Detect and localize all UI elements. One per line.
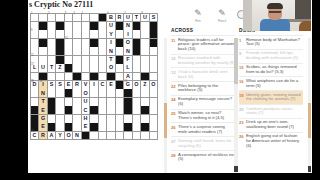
clue-text: Exemplary message secure? (6) <box>178 97 235 106</box>
grid-cell[interactable] <box>73 39 81 47</box>
black-cell <box>39 39 47 47</box>
clue-number-label: 4 <box>73 13 74 16</box>
grid-cell[interactable] <box>82 30 90 38</box>
grid-cell[interactable] <box>116 106 124 114</box>
across-clue-28[interactable]: 28A consequence of reckless riot (5) <box>171 150 235 164</box>
clue-number-label: 5 <box>82 13 83 16</box>
clue-number: 9 <box>239 51 246 60</box>
grid-cell[interactable] <box>99 132 107 140</box>
down-clue-list: 1Remove body of Manhattan? Taxi (5)9Frie… <box>239 35 303 150</box>
grid-cell[interactable] <box>56 14 64 22</box>
clue-number: 1 <box>239 38 246 47</box>
grid-cell[interactable]: U8 <box>141 14 149 22</box>
black-cell <box>56 39 64 47</box>
grid-cell[interactable] <box>48 47 56 55</box>
grid-cell[interactable] <box>56 106 64 114</box>
grid-cell[interactable]: O <box>133 81 141 89</box>
across-clue-22[interactable]: 22Piles belonging to the workforce (5) <box>171 81 235 95</box>
grid-cell[interactable]: S <box>56 81 64 89</box>
black-cell <box>124 123 132 131</box>
grid-cell[interactable] <box>133 115 141 123</box>
grid-cell[interactable]: Z <box>56 64 64 72</box>
across-clues-panel: ACROSS 11Religious leaders call for peac… <box>171 28 235 164</box>
black-cell <box>90 39 98 47</box>
grid-cell[interactable]: I <box>107 39 115 47</box>
crossword-grid[interactable]: 12345B6RU7TU8SUN9YI10IONN11TFL17UTZOLAD1… <box>30 13 158 140</box>
grid-cell[interactable] <box>133 123 141 131</box>
scroll-down-arrow[interactable] <box>234 166 238 172</box>
grid-cell[interactable]: S <box>48 81 56 89</box>
grid-cell[interactable]: U <box>39 64 47 72</box>
black-cell <box>65 123 73 131</box>
grid-cell[interactable] <box>99 115 107 123</box>
grid-cell[interactable] <box>141 30 149 38</box>
grid-cell[interactable]: 1 <box>31 14 39 22</box>
clue-text: Scribes, as things removed from to-do li… <box>246 65 303 74</box>
grid-cell[interactable]: D18 <box>31 81 39 89</box>
scrollbar-thumb[interactable] <box>234 38 238 84</box>
grid-cell[interactable]: R <box>73 81 81 89</box>
grid-cell[interactable] <box>99 123 107 131</box>
across-clue-11[interactable]: 11Religious leaders call for peace: give… <box>171 35 235 54</box>
across-clue-26[interactable]: 26There's a surprise seeing mole amidst … <box>171 122 235 136</box>
clue-number: 26 <box>171 125 178 134</box>
grid-cell[interactable] <box>99 47 107 55</box>
grid-cell[interactable]: U <box>107 22 115 30</box>
grid-cell[interactable] <box>107 115 115 123</box>
grid-cell[interactable] <box>150 123 158 131</box>
grid-cell[interactable]: E <box>39 106 47 114</box>
grid-cell[interactable] <box>150 47 158 55</box>
grid-cell[interactable] <box>56 73 64 81</box>
across-clue-12[interactable]: 12Russians involved with breaking weathe… <box>171 54 235 68</box>
grid-cell[interactable]: L <box>124 64 132 72</box>
clue-text: Watch winner, so neat? There's nothing i… <box>178 111 235 120</box>
grid-cell[interactable]: G20 <box>124 81 132 89</box>
black-cell <box>107 73 115 81</box>
grid-cell[interactable]: C <box>99 81 107 89</box>
grid-cell[interactable] <box>141 89 149 97</box>
clue-text: Gaining stuff found: items for recycling… <box>178 139 235 148</box>
grid-cell[interactable] <box>48 56 56 64</box>
grid-cell[interactable]: I <box>124 30 132 38</box>
across-header: ACROSS <box>171 28 235 33</box>
grid-cell[interactable] <box>73 30 81 38</box>
grid-cell[interactable] <box>116 132 124 140</box>
clue-text: English going out of fashion for America… <box>246 134 303 148</box>
grid-cell[interactable] <box>116 73 124 81</box>
grid-cell[interactable] <box>141 115 149 123</box>
down-clues-panel: DOWN 1Remove body of Manhattan? Taxi (5)… <box>239 28 303 150</box>
grid-cell[interactable]: Y <box>107 30 115 38</box>
grid-cell[interactable]: I19 <box>39 81 47 89</box>
grid-cell[interactable]: R <box>39 132 47 140</box>
clue-number-label: 19 <box>39 81 42 84</box>
grid-cell[interactable] <box>65 98 73 106</box>
grid-cell[interactable] <box>56 89 64 97</box>
black-cell <box>65 106 73 114</box>
scroll-down-arrow[interactable] <box>308 166 312 172</box>
grid-cell[interactable]: O <box>107 64 115 72</box>
grid-cell[interactable]: U <box>82 98 90 106</box>
grid-cell[interactable] <box>82 64 90 72</box>
clue-number-label: 9 <box>31 30 32 33</box>
grid-cell[interactable] <box>133 30 141 38</box>
grid-cell[interactable] <box>99 89 107 97</box>
grid-cell[interactable] <box>56 123 64 131</box>
grid-cell[interactable]: 9 <box>31 30 39 38</box>
grid-cell[interactable] <box>141 47 149 55</box>
grid-cell[interactable]: T <box>107 56 115 64</box>
black-cell <box>124 106 132 114</box>
black-cell <box>124 98 132 106</box>
grid-cell[interactable]: A <box>48 132 56 140</box>
grid-cell[interactable]: 5 <box>82 14 90 22</box>
clue-number: 15 <box>239 65 246 74</box>
grid-cell[interactable] <box>141 98 149 106</box>
grid-cell[interactable] <box>65 22 73 30</box>
clue-number: 23 <box>239 120 246 129</box>
black-cell <box>31 106 39 114</box>
grid-cell[interactable] <box>150 73 158 81</box>
grid-cell[interactable] <box>48 89 56 97</box>
clue-number: 19 <box>239 93 246 102</box>
grid-cell[interactable] <box>133 73 141 81</box>
grid-cell[interactable]: Y <box>56 132 64 140</box>
grid-cell[interactable]: E <box>39 123 47 131</box>
presenter-glasses <box>269 11 281 13</box>
grid-cell[interactable] <box>82 47 90 55</box>
grid-cell[interactable] <box>82 56 90 64</box>
pencil-tool-button[interactable]: ✎ Pencil <box>214 9 230 23</box>
clue-text: A consequence of reckless riot (5) <box>178 153 235 162</box>
black-cell <box>150 22 158 30</box>
grid-cell[interactable]: 2 <box>48 14 56 22</box>
grid-cell[interactable] <box>99 30 107 38</box>
black-cell <box>90 123 98 131</box>
across-clue-13[interactable]: 13I had a favourite drink sent back (6) <box>171 67 235 81</box>
clue-number: 20 <box>239 107 246 116</box>
middle-scrollbar[interactable] <box>234 38 238 173</box>
grid-cell[interactable] <box>99 73 107 81</box>
grid-cell[interactable]: 4 <box>73 14 81 22</box>
grid-cell[interactable]: L17 <box>31 64 39 72</box>
clue-text: What antiphons can do for a term (5) <box>246 79 303 88</box>
grid-cell[interactable] <box>48 73 56 81</box>
grid-cell[interactable]: I <box>90 81 98 89</box>
grid-cell[interactable] <box>133 132 141 140</box>
grid-cell[interactable] <box>73 64 81 72</box>
grid-cell[interactable] <box>133 56 141 64</box>
grid-cell[interactable] <box>150 56 158 64</box>
grid-cell[interactable] <box>116 98 124 106</box>
grid-cell[interactable] <box>65 47 73 55</box>
grid-cell[interactable] <box>150 115 158 123</box>
grid-cell[interactable] <box>90 30 98 38</box>
grid-cell[interactable] <box>99 98 107 106</box>
grid-cell[interactable] <box>141 132 149 140</box>
clue-text: Confront paralysis cases, states (7) <box>246 107 303 116</box>
grid-cell[interactable] <box>73 123 81 131</box>
black-cell <box>141 73 149 81</box>
clue-number-label: 11 <box>31 55 34 58</box>
grid-cell[interactable] <box>99 106 107 114</box>
grid-cell[interactable] <box>82 22 90 30</box>
grid-cell[interactable]: N <box>73 132 81 140</box>
black-cell <box>31 115 39 123</box>
grid-cell[interactable] <box>141 39 149 47</box>
black-cell <box>150 39 158 47</box>
down-clue-1[interactable]: 1Remove body of Manhattan? Taxi (5) <box>239 35 303 49</box>
grid-cell[interactable] <box>90 56 98 64</box>
grid-cell[interactable] <box>73 106 81 114</box>
grid-cell[interactable] <box>90 47 98 55</box>
scrollbar-thumb[interactable] <box>308 103 312 138</box>
down-clue-26[interactable]: 26English going out of fashion for Ameri… <box>239 132 303 151</box>
grid-cell[interactable] <box>31 98 39 106</box>
grid-cell[interactable] <box>150 106 158 114</box>
presenter-hair <box>267 3 283 9</box>
pen-tool-button[interactable]: ✎ Pen <box>190 9 206 23</box>
grid-cell[interactable] <box>150 64 158 72</box>
grid-cell[interactable] <box>107 123 115 131</box>
black-cell <box>48 123 56 131</box>
clue-number: 27 <box>171 139 178 148</box>
clue-number: 11 <box>171 38 178 52</box>
clue-number-label: 6 <box>107 13 108 16</box>
video-frame: s Cryptic No 27111 12345B6RU7TU8SUN9YI10… <box>0 0 320 180</box>
grid-cell[interactable]: N <box>107 47 115 55</box>
black-cell <box>56 47 64 55</box>
pencil-icon: ✎ <box>190 9 206 18</box>
grid-cell[interactable] <box>65 73 73 81</box>
grid-cell[interactable] <box>31 39 39 47</box>
across-clue-list: 11Religious leaders call for peace: give… <box>171 35 235 164</box>
page-title: s Cryptic No 27111 <box>29 0 199 11</box>
grid-cell[interactable] <box>39 30 47 38</box>
grid-cell[interactable] <box>107 132 115 140</box>
clue-number: 16 <box>239 79 246 88</box>
black-cell <box>73 73 81 81</box>
scrollbar-thumb[interactable] <box>164 103 167 138</box>
grid-cell[interactable] <box>141 56 149 64</box>
black-cell <box>116 81 124 89</box>
grid-cell[interactable] <box>73 22 81 30</box>
black-cell <box>48 98 56 106</box>
presenter-shirt <box>260 19 290 31</box>
down-clue-16[interactable]: 16What antiphons can do for a term (5) <box>239 76 303 90</box>
grid-cell[interactable] <box>56 115 64 123</box>
clue-number-label: 8 <box>141 13 142 16</box>
grid-cell[interactable]: E <box>82 123 90 131</box>
grid-cell[interactable] <box>82 73 90 81</box>
black-cell <box>133 22 141 30</box>
grid-cell[interactable]: C <box>82 106 90 114</box>
clue-number-label: 20 <box>124 81 127 84</box>
clue-number-label: 10 <box>65 38 68 41</box>
clue-number: 22 <box>171 84 178 93</box>
grid-cell[interactable]: G <box>39 115 47 123</box>
grid-cell[interactable]: N <box>124 22 132 30</box>
black-cell <box>48 106 56 114</box>
black-cell <box>150 30 158 38</box>
grid-cell[interactable]: T <box>48 64 56 72</box>
grid-cell[interactable] <box>107 98 115 106</box>
webcam-window-frame <box>243 0 252 31</box>
grid-cell[interactable]: R <box>116 14 124 22</box>
grid-cell[interactable] <box>39 47 47 55</box>
clue-text: Identity given, naming toward the clothi… <box>246 93 303 102</box>
grid-cell[interactable]: F <box>124 56 132 64</box>
webcam-furniture <box>295 0 311 20</box>
grid-cell[interactable] <box>90 132 98 140</box>
grid-cell[interactable] <box>116 64 124 72</box>
grid-cell[interactable] <box>73 47 81 55</box>
black-cell <box>56 56 64 64</box>
grid-cell[interactable] <box>73 89 81 97</box>
grid-cell[interactable] <box>116 115 124 123</box>
grid-cell[interactable] <box>56 98 64 106</box>
black-cell <box>90 73 98 81</box>
grid-cell[interactable] <box>133 89 141 97</box>
clue-text: There's a surprise seeing mole amidst re… <box>178 125 235 134</box>
grid-cell[interactable] <box>116 47 124 55</box>
crossword-page: s Cryptic No 27111 12345B6RU7TU8SUN9YI10… <box>28 0 312 173</box>
grid-cell[interactable] <box>124 115 132 123</box>
grid-cell[interactable]: S <box>150 14 158 22</box>
black-cell <box>116 56 124 64</box>
black-cell <box>56 22 64 30</box>
grid-cell[interactable] <box>90 14 98 22</box>
black-cell <box>65 64 73 72</box>
clue-text: I had a favourite drink sent back (6) <box>178 70 235 79</box>
grid-cell[interactable] <box>116 123 124 131</box>
clue-number-label: 1 <box>31 13 32 16</box>
grid-cell[interactable] <box>107 106 115 114</box>
grid-cell[interactable] <box>107 89 115 97</box>
grid-cell[interactable] <box>116 89 124 97</box>
grid-cell[interactable] <box>90 115 98 123</box>
black-cell <box>141 106 149 114</box>
grid-cell[interactable] <box>99 56 107 64</box>
grid-cell[interactable]: Z <box>141 81 149 89</box>
grid-cell[interactable] <box>73 115 81 123</box>
clue-number-label: 18 <box>31 81 34 84</box>
grid-cell[interactable]: H <box>82 115 90 123</box>
grid-cell[interactable] <box>82 39 90 47</box>
black-cell <box>116 22 124 30</box>
grid-cell[interactable] <box>90 89 98 97</box>
clue-text: Piles belonging to the workforce (5) <box>178 84 235 93</box>
grid-cell[interactable] <box>150 98 158 106</box>
grid-cell[interactable] <box>73 98 81 106</box>
across-clue-24[interactable]: 24Exemplary message secure? (6) <box>171 95 235 109</box>
grid-cell[interactable]: N <box>39 89 47 97</box>
grid-cell[interactable]: O <box>82 89 90 97</box>
grid-cell[interactable]: E <box>107 81 115 89</box>
grid-cell[interactable] <box>48 22 56 30</box>
grid-cell[interactable] <box>99 64 107 72</box>
grid-cell[interactable] <box>90 98 98 106</box>
grid-cell[interactable]: O <box>124 39 132 47</box>
grid-cell[interactable]: U7 <box>124 14 132 22</box>
grid-cell[interactable]: 3 <box>65 14 73 22</box>
down-clue-23[interactable]: 23Drink up on one's own, swallowing beer… <box>239 118 303 132</box>
down-clue-9[interactable]: 9Friends informed, felt tips bristling w… <box>239 49 303 63</box>
clue-number: 24 <box>171 97 178 106</box>
grid-cell[interactable]: T <box>39 98 47 106</box>
grid-cell[interactable] <box>133 64 141 72</box>
grid-cell[interactable]: 10 <box>65 39 73 47</box>
black-cell <box>90 106 98 114</box>
grid-cell[interactable] <box>150 89 158 97</box>
grid-cell[interactable] <box>56 30 64 38</box>
grid-cell[interactable] <box>65 56 73 64</box>
grid-cell[interactable] <box>133 98 141 106</box>
clue-number: 12 <box>171 56 178 65</box>
grid-cell[interactable] <box>116 30 124 38</box>
grid-cell[interactable]: V <box>82 81 90 89</box>
grid-cell[interactable]: B6 <box>107 14 115 22</box>
grid-cell[interactable] <box>90 64 98 72</box>
clue-number: 25 <box>171 111 178 120</box>
grid-cell[interactable] <box>133 106 141 114</box>
black-cell <box>116 39 124 47</box>
black-cell <box>90 22 98 30</box>
grid-cell[interactable] <box>31 89 39 97</box>
grid-cell[interactable] <box>124 132 132 140</box>
grid-cell[interactable] <box>48 39 56 47</box>
pencil-icon: ✎ <box>214 9 230 18</box>
grid-cell[interactable]: O <box>150 81 158 89</box>
black-cell <box>82 132 90 140</box>
across-clue-25[interactable]: 25Watch winner, so neat? There's nothing… <box>171 109 235 123</box>
grid-cell[interactable] <box>39 56 47 64</box>
clue-text: Friends informed, felt tips bristling wi… <box>246 51 303 60</box>
clue-text: Drink up on one's own, swallowing beer r… <box>246 120 303 129</box>
webcam-guitar <box>299 21 311 31</box>
grid-cell[interactable] <box>48 30 56 38</box>
grid-cell[interactable] <box>141 64 149 72</box>
grid-cell[interactable]: O <box>65 132 73 140</box>
grid-cell[interactable]: C26 <box>31 132 39 140</box>
grid-cell[interactable] <box>150 132 158 140</box>
black-cell <box>133 47 141 55</box>
down-clue-19[interactable]: 19Identity given, naming toward the clot… <box>239 90 303 104</box>
grid-cell[interactable] <box>73 56 81 64</box>
black-cell <box>39 22 47 30</box>
down-scrollbar[interactable] <box>308 38 312 173</box>
grid-cell[interactable] <box>39 14 47 22</box>
clue-number-label: 26 <box>31 131 34 134</box>
grid-cell[interactable] <box>99 39 107 47</box>
grid-cell[interactable]: T <box>133 14 141 22</box>
grid-cell[interactable]: N <box>124 47 132 55</box>
clue-number: 28 <box>171 153 178 162</box>
across-clue-27[interactable]: 27Gaining stuff found: items for recycli… <box>171 136 235 150</box>
grid-cell[interactable] <box>48 115 56 123</box>
grid-cell[interactable] <box>99 22 107 30</box>
grid-cell[interactable] <box>65 115 73 123</box>
black-cell <box>124 89 132 97</box>
grid-cell[interactable]: E <box>65 81 73 89</box>
down-clue-20[interactable]: 20Confront paralysis cases, states (7) <box>239 104 303 118</box>
black-cell <box>65 89 73 97</box>
across-scrollbar[interactable] <box>164 38 167 173</box>
clue-number: 26 <box>239 134 246 148</box>
down-clue-15[interactable]: 15Scribes, as things removed from to-do … <box>239 63 303 77</box>
grid-cell[interactable] <box>141 22 149 30</box>
